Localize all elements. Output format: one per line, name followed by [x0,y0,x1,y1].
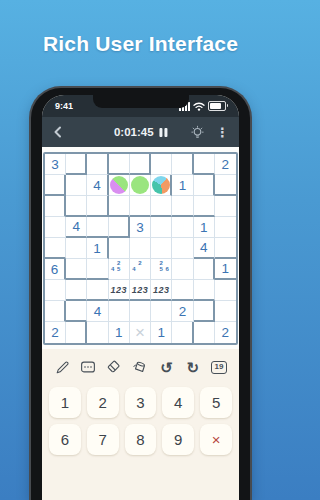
cell-digit: 6 [51,262,59,277]
cell-digit: 4 [73,219,81,234]
cell-r1c7[interactable] [172,154,193,175]
cell-digit: 1 [200,220,208,235]
corner-notes: 256 [152,260,170,278]
cell-r2c9[interactable] [215,175,236,196]
cell-r4c3[interactable] [87,217,108,238]
cell-r6c9[interactable]: 1 [215,259,236,280]
cell-r3c2[interactable] [66,196,87,217]
cell-r3c5[interactable] [130,196,151,217]
cell-r3c8[interactable] [194,196,215,217]
game-timer: 0:01:45 [114,126,154,138]
cell-r5c1[interactable] [45,238,66,259]
cell-r7c9[interactable] [215,280,236,301]
cell-r7c5[interactable]: 123 [130,280,151,301]
nav-bar: 0:01:45 ⋮ [42,117,239,147]
cell-r8c2[interactable] [66,301,87,322]
digit-key-9[interactable]: 9 [162,424,194,455]
cell-r3c6[interactable] [151,196,172,217]
cell-digit: 1 [157,325,165,340]
eraser-icon[interactable] [104,357,124,377]
board-zone: 32414311462452425611231231234221×12 [42,147,239,349]
cell-r2c7[interactable]: 1 [172,175,193,196]
digit-key-8[interactable]: 8 [125,424,157,455]
cell-r7c2[interactable] [66,280,87,301]
cell-r9c2[interactable] [66,322,87,343]
cell-r9c7[interactable] [172,322,193,343]
cell-r8c9[interactable] [215,301,236,322]
cell-r4c4[interactable] [109,217,130,238]
paint-bucket-icon[interactable] [130,357,150,377]
cell-r7c7[interactable] [172,280,193,301]
cell-r1c5[interactable] [130,154,151,175]
cell-r8c5[interactable] [130,301,151,322]
cell-r2c1[interactable] [45,175,66,196]
cell-r6c3[interactable] [87,259,108,280]
hint-lightbulb-icon[interactable] [189,124,206,141]
cell-r4c8[interactable]: 1 [194,217,215,238]
cell-r1c2[interactable] [66,154,87,175]
delete-key[interactable]: × [200,424,232,455]
pencil-icon[interactable] [52,357,72,377]
cell-r5c3[interactable]: 1 [87,238,108,259]
digit-key-2[interactable]: 2 [87,387,119,418]
pause-button[interactable] [160,128,168,137]
cell-r2c2[interactable] [66,175,87,196]
cell-digit: 4 [200,240,208,255]
cell-r4c1[interactable] [45,217,66,238]
cell-r8c4[interactable] [109,301,130,322]
cell-r4c7[interactable] [172,217,193,238]
cell-r7c4[interactable]: 123 [109,280,130,301]
cell-r8c8[interactable] [194,301,215,322]
notes-dots-icon[interactable] [78,357,98,377]
color-mark [131,176,149,194]
digit-key-3[interactable]: 3 [125,387,157,418]
cell-r6c7[interactable] [172,259,193,280]
cell-r9c6[interactable]: 1 [151,322,172,343]
phone-notch [93,95,189,108]
corner-notes: 245 [110,260,128,278]
cell-r5c2[interactable] [66,238,87,259]
center-note: 123 [153,285,170,295]
corner-notes: 24 [131,260,149,278]
center-note: 123 [132,285,149,295]
cell-r1c8[interactable] [194,154,215,175]
cell-r5c8[interactable]: 4 [194,238,215,259]
cell-r9c8[interactable] [194,322,215,343]
cell-r2c4[interactable] [109,175,130,196]
cell-r6c2[interactable] [66,259,87,280]
color-mark [152,176,170,194]
tool-zone: ↺ ↻ 19 123456789× [42,349,239,500]
cell-r6c5[interactable]: 24 [130,259,151,280]
cell-r4c2[interactable]: 4 [66,217,87,238]
cell-r5c4[interactable] [109,238,130,259]
cell-r4c9[interactable] [215,217,236,238]
cell-digit: 2 [179,304,187,319]
cell-r9c9[interactable]: 2 [215,322,236,343]
center-note: 123 [111,285,128,295]
cell-r5c9[interactable] [215,238,236,259]
cell-r5c5[interactable] [130,238,151,259]
phone-frame: 9:41 0:01:45 [31,88,250,500]
cell-r6c1[interactable]: 6 [45,259,66,280]
cell-r6c4[interactable]: 245 [109,259,130,280]
cell-r3c3[interactable] [87,196,108,217]
cell-digit: 2 [222,157,230,172]
cell-r9c3[interactable] [87,322,108,343]
status-time: 9:41 [55,101,73,111]
cell-r9c5[interactable]: × [130,322,151,343]
digit-key-1[interactable]: 1 [49,387,81,418]
cell-r8c6[interactable] [151,301,172,322]
battery-icon [208,101,226,111]
phone-screen: 9:41 0:01:45 [42,95,239,500]
cell-r9c1[interactable]: 2 [45,322,66,343]
redo-icon[interactable]: ↻ [183,357,203,377]
cell-r7c1[interactable] [45,280,66,301]
color-mark [110,176,128,194]
cell-r1c4[interactable] [109,154,130,175]
calendar-19-icon[interactable]: 19 [209,357,229,377]
promo-banner: Rich User Interface [0,0,281,88]
cell-r5c6[interactable] [151,238,172,259]
cell-r2c6[interactable] [151,175,172,196]
cell-digit: 3 [51,157,59,172]
cell-r4c6[interactable] [151,217,172,238]
toolbar: ↺ ↻ 19 [42,349,239,381]
cell-r1c6[interactable] [151,154,172,175]
cell-digit: 1 [179,178,187,193]
numpad: 123456789× [42,381,239,461]
cell-r4c5[interactable]: 3 [130,217,151,238]
back-icon[interactable] [52,125,64,139]
cell-digit: 1 [115,325,123,340]
cell-r6c6[interactable]: 256 [151,259,172,280]
cell-r7c3[interactable] [87,280,108,301]
cross-mark: × [135,324,145,341]
cell-r2c8[interactable] [194,175,215,196]
cell-r8c1[interactable] [45,301,66,322]
cell-digit: 4 [93,178,101,193]
cell-r7c8[interactable] [194,280,215,301]
overflow-menu-icon[interactable]: ⋮ [216,126,229,139]
wifi-icon [193,101,205,111]
cell-r7c6[interactable]: 123 [151,280,172,301]
cell-r9c4[interactable]: 1 [109,322,130,343]
cell-digit: 1 [93,241,101,256]
cell-r8c7[interactable]: 2 [172,301,193,322]
cell-digit: 2 [51,325,59,340]
cell-digit: 2 [222,325,230,340]
digit-key-7[interactable]: 7 [87,424,119,455]
undo-icon[interactable]: ↺ [157,357,177,377]
digit-key-4[interactable]: 4 [162,387,194,418]
cell-r2c5[interactable] [130,175,151,196]
cell-r5c7[interactable] [172,238,193,259]
cell-r1c3[interactable] [87,154,108,175]
cell-r1c9[interactable]: 2 [215,154,236,175]
cell-r3c4[interactable] [109,196,130,217]
cell-r3c9[interactable] [215,196,236,217]
cell-r8c3[interactable]: 4 [87,301,108,322]
cell-r1c1[interactable]: 3 [45,154,66,175]
cell-digit: 3 [136,220,144,235]
cell-r6c8[interactable] [194,259,215,280]
digit-key-6[interactable]: 6 [49,424,81,455]
cell-r2c3[interactable]: 4 [87,175,108,196]
sudoku-board: 32414311462452425611231231234221×12 [43,152,238,345]
cell-r3c7[interactable] [172,196,193,217]
cell-digit: 1 [222,261,230,276]
cell-r3c1[interactable] [45,196,66,217]
promo-title: Rich User Interface [43,32,238,56]
cell-digit: 4 [94,304,102,319]
digit-key-5[interactable]: 5 [200,387,232,418]
